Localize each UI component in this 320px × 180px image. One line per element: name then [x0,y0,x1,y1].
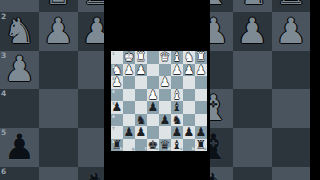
square-c8: ♝c [171,139,183,152]
square-c7: ♟ [171,126,183,139]
piece-white-pawn-icon: ♟ [43,14,74,49]
rank-label-6-bg: 6 [1,167,6,176]
square-e1 [147,51,159,64]
piece-white-pawn-icon: ♟ [160,76,171,88]
piece-white-bishop-icon: ♝ [172,89,183,101]
square-f8: f [135,139,147,152]
rank-label-3-bg: 3 [1,51,6,60]
rank-label-2: 2 [112,64,115,69]
square-g6-bg [39,167,78,180]
rank-label-4: 4 [112,89,115,94]
piece-black-pawn-icon: ♟ [136,126,147,138]
square-d3: ♟ [159,76,171,89]
square-g3 [123,76,135,89]
square-g5-bg [39,128,78,167]
square-f4 [135,89,147,102]
square-d8: ♛d [159,139,171,152]
square-g6 [123,114,135,127]
square-f2: ♟ [135,64,147,77]
rank-label-7: 7 [112,126,115,131]
square-f3 [135,76,147,89]
square-h5: ♟5 [111,101,123,114]
square-h6: 6 [111,114,123,127]
square-a3-bg [272,51,311,90]
square-e5: ♟ [147,101,159,114]
piece-white-pawn-icon: ♟ [148,89,159,101]
square-c3 [171,76,183,89]
piece-white-pawn-icon: ♟ [184,64,195,76]
rank-label-6: 6 [112,114,115,119]
video-frame[interactable]: 1♚♜♛♝♞♜♞2♟♟♟♟♟♟3♟4♟♝♟5♟♝6♞♟♞7♟♟♟♟♟♜8♚♛♝♜… [0,0,320,180]
square-a7: ♟ [195,126,207,139]
square-h2: ♞2 [111,64,123,77]
rank-label-2-bg: 2 [1,12,6,21]
piece-white-king-icon: ♚ [124,51,135,63]
piece-white-pawn-icon: ♟ [136,64,147,76]
square-f5 [135,101,147,114]
piece-black-knight-icon: ♞ [136,114,147,126]
piece-white-bishop-icon: ♝ [172,51,183,63]
square-b6-bg [233,167,272,180]
square-b6 [183,114,195,127]
square-a1: ♜ [195,51,207,64]
square-g2-bg: ♟ [39,12,78,51]
piece-black-pawn-icon: ♟ [4,130,35,165]
square-b2: ♟ [183,64,195,77]
square-e2 [147,64,159,77]
square-c1: ♝ [171,51,183,64]
square-g7: ♟ [123,126,135,139]
square-e6 [147,114,159,127]
square-g2: ♟ [123,64,135,77]
square-a2: ♟ [195,64,207,77]
square-b3 [183,76,195,89]
square-e8: ♚e [147,139,159,152]
piece-black-pawn-icon: ♟ [148,101,159,113]
piece-white-pawn-icon: ♟ [4,52,35,87]
square-a2-bg: ♟ [272,12,311,51]
square-e4: ♟ [147,89,159,102]
piece-black-pawn-icon: ♟ [184,126,195,138]
piece-black-pawn-icon: ♟ [124,126,135,138]
square-c2: ♟ [171,64,183,77]
piece-black-pawn-icon: ♟ [196,126,207,138]
square-d6: ♟ [159,114,171,127]
piece-black-pawn-icon: ♟ [172,126,183,138]
piece-black-pawn-icon: ♟ [160,114,171,126]
piece-white-pawn-icon: ♟ [236,14,267,49]
square-c5: ♝ [171,101,183,114]
square-d7 [159,126,171,139]
square-c6: ♞ [171,114,183,127]
square-a3 [195,76,207,89]
square-d5 [159,101,171,114]
square-a5-bg [272,128,311,167]
piece-black-knight-icon: ♞ [172,114,183,126]
piece-black-bishop-icon: ♝ [172,101,183,113]
square-f1: ♜ [135,51,147,64]
file-label-a: a [204,146,207,151]
square-b2-bg: ♟ [233,12,272,51]
main-chessboard: 1♚♜♛♝♞♜♞2♟♟♟♟♟♟3♟4♟♝♟5♟♝6♞♟♞7♟♟♟♟♟♜8hgf♚… [111,51,207,151]
square-d1: ♛ [159,51,171,64]
square-a5 [195,101,207,114]
square-d2 [159,64,171,77]
square-e7 [147,126,159,139]
piece-white-knight-icon: ♞ [184,51,195,63]
square-b8: b [183,139,195,152]
piece-white-knight-icon: ♞ [4,14,35,49]
square-g1: ♚ [123,51,135,64]
rank-label-3: 3 [112,76,115,81]
square-g8: g [123,139,135,152]
piece-white-queen-icon: ♛ [160,51,171,63]
square-a6 [195,114,207,127]
square-a6-bg [272,167,311,180]
piece-white-rook-icon: ♜ [136,51,147,63]
square-h3-bg: ♟3 [0,51,39,90]
square-g4-bg [39,89,78,128]
square-h4: 4 [111,89,123,102]
piece-white-pawn-icon: ♟ [124,64,135,76]
piece-white-knight-icon: ♞ [236,0,267,10]
piece-white-king-icon: ♚ [43,0,74,10]
rank-label-5-bg: 5 [1,128,6,137]
square-g3-bg [39,51,78,90]
square-b4 [183,89,195,102]
square-b3-bg [233,51,272,90]
square-h3: ♟3 [111,76,123,89]
square-a4 [195,89,207,102]
square-b5-bg [233,128,272,167]
piece-white-pawn-icon: ♟ [275,14,306,49]
rank-label-8: 8 [112,139,115,144]
square-g5 [123,101,135,114]
rank-label-1: 1 [112,51,115,56]
square-d4 [159,89,171,102]
square-c4: ♝ [171,89,183,102]
square-b1: ♞ [183,51,195,64]
piece-white-pawn-icon: ♟ [196,64,207,76]
square-h8: ♜8h [111,139,123,152]
square-g4 [123,89,135,102]
square-f6: ♞ [135,114,147,127]
rank-label-5: 5 [112,101,115,106]
square-h7: 7 [111,126,123,139]
square-h5-bg: ♟5 [0,128,39,167]
square-h2-bg: ♞2 [0,12,39,51]
piece-white-rook-icon: ♜ [275,0,306,10]
square-h1: 1 [111,51,123,64]
piece-white-pawn-icon: ♟ [172,64,183,76]
square-f7: ♟ [135,126,147,139]
square-a8: ♜a [195,139,207,152]
square-a4-bg [272,89,311,128]
square-h4-bg: 4 [0,89,39,128]
square-b4-bg [233,89,272,128]
square-b5 [183,101,195,114]
square-e3 [147,76,159,89]
rank-label-4-bg: 4 [1,89,6,98]
piece-white-rook-icon: ♜ [196,51,207,63]
square-b7: ♟ [183,126,195,139]
square-h6-bg: 6 [0,167,39,180]
